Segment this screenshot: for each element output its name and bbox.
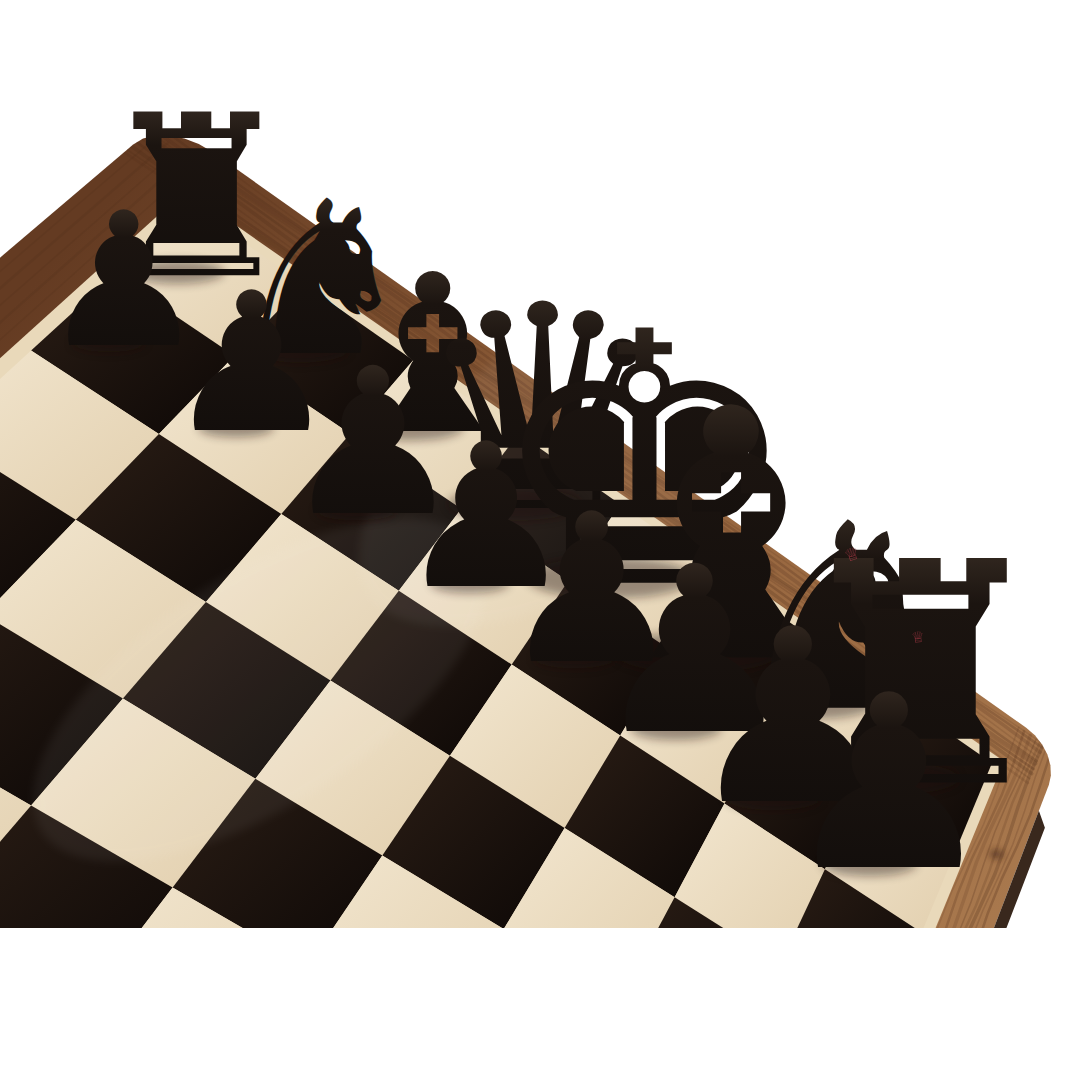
photo-crop-white [0,928,1080,1080]
red-crown-stamp-h8: ♕ [910,628,925,647]
chessboard-product-photo: ♜♟♞♟♝♛♟♚♟♝♟♞♟♜♟♟♕♕ [0,0,1080,1080]
chessboard-photo-svg: ♜♟♞♟♝♛♟♚♟♝♟♞♟♜♟♟♕♕ [0,0,1080,1080]
piece-black-pawn-h7: ♟ [781,643,997,924]
